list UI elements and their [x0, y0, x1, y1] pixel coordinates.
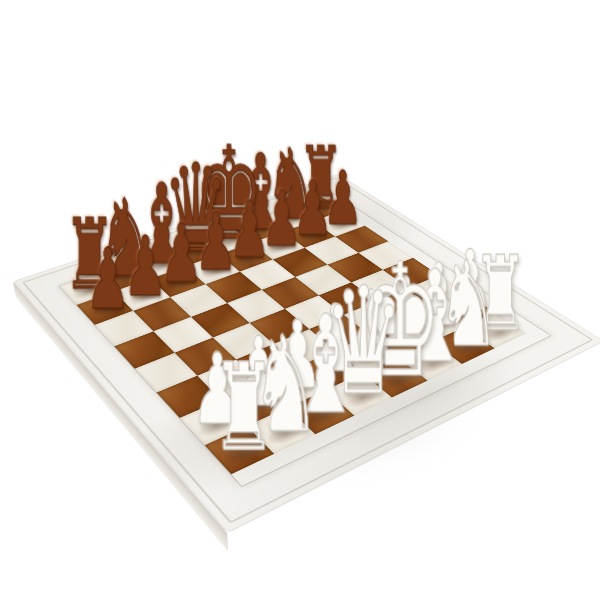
square-a1[interactable]: ♜ — [205, 426, 275, 474]
brown-pawn[interactable]: ♟ — [59, 237, 156, 321]
square-a7[interactable]: ♟ — [77, 292, 134, 325]
chess-set-product-photo: ♜♞♝♛♚♝♞♜♟♟♟♟♟♟♟♟♟♟♟♟♟♟♟♟♜♞♝♛♚♝♞♜ — [0, 0, 600, 600]
white-rook[interactable]: ♜ — [185, 348, 302, 469]
